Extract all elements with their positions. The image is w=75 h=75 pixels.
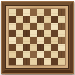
square-b3 [16,44,23,51]
square-e3 [37,44,44,51]
square-f7 [44,16,51,23]
square-d2 [30,51,37,58]
square-g3 [51,44,58,51]
square-b2 [16,51,23,58]
square-g6 [51,23,58,30]
square-d1 [30,58,37,65]
square-e7 [37,16,44,23]
square-c5 [23,30,30,37]
square-a3 [9,44,16,51]
frame-inlay-seam [5,5,69,69]
square-c4 [23,37,30,44]
square-h5 [58,30,65,37]
square-f6 [44,23,51,30]
square-h3 [58,44,65,51]
square-a7 [9,16,16,23]
square-h6 [58,23,65,30]
square-c7 [23,16,30,23]
square-g1 [51,58,58,65]
square-d7 [30,16,37,23]
square-g8 [51,9,58,16]
square-d3 [30,44,37,51]
square-f5 [44,30,51,37]
square-g4 [51,37,58,44]
square-b5 [16,30,23,37]
square-c8 [23,9,30,16]
square-d8 [30,9,37,16]
square-f1 [44,58,51,65]
square-b7 [16,16,23,23]
square-e4 [37,37,44,44]
square-h8 [58,9,65,16]
square-e5 [37,30,44,37]
square-f2 [44,51,51,58]
square-c2 [23,51,30,58]
square-h4 [58,37,65,44]
square-f8 [44,9,51,16]
square-b4 [16,37,23,44]
square-a5 [9,30,16,37]
square-b8 [16,9,23,16]
square-h1 [58,58,65,65]
square-g7 [51,16,58,23]
square-e2 [37,51,44,58]
square-d4 [30,37,37,44]
square-c1 [23,58,30,65]
square-g2 [51,51,58,58]
square-e8 [37,9,44,16]
square-a2 [9,51,16,58]
square-a1 [9,58,16,65]
chessboard-photo [0,0,75,75]
square-a6 [9,23,16,30]
square-f4 [44,37,51,44]
square-h2 [58,51,65,58]
board-grid [9,9,65,65]
square-b6 [16,23,23,30]
square-f3 [44,44,51,51]
board-frame [2,2,73,73]
board-frame-edge [1,1,74,74]
square-a4 [9,37,16,44]
square-b1 [16,58,23,65]
square-h7 [58,16,65,23]
square-d5 [30,30,37,37]
square-c6 [23,23,30,30]
square-e1 [37,58,44,65]
square-a8 [9,9,16,16]
square-d6 [30,23,37,30]
square-g5 [51,30,58,37]
square-c3 [23,44,30,51]
square-e6 [37,23,44,30]
board-inner-border [6,6,68,68]
